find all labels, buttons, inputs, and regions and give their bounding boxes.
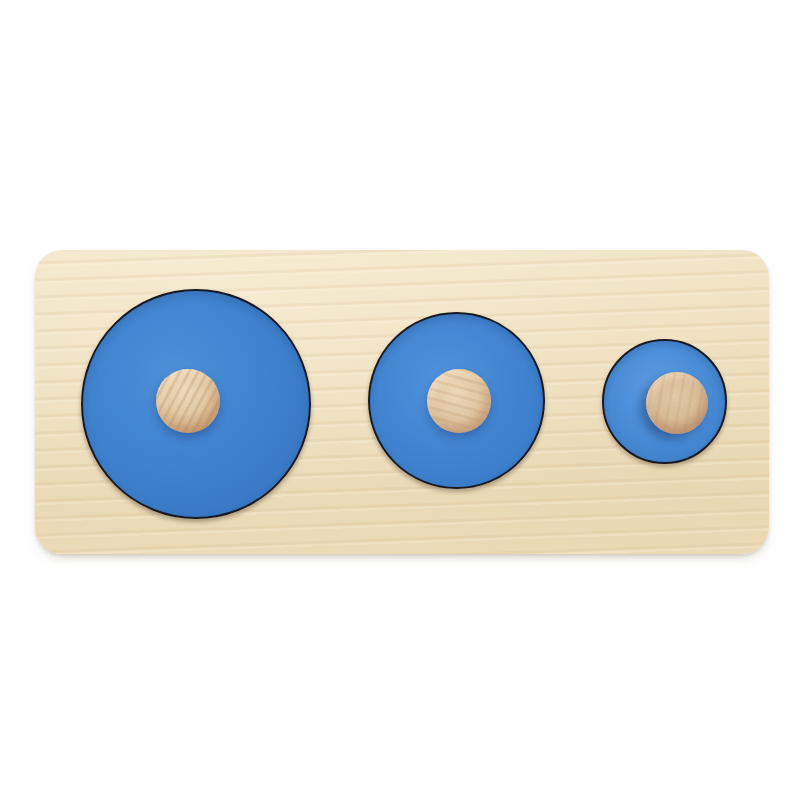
knob-small[interactable]	[646, 372, 708, 434]
circle-piece-small[interactable]	[602, 339, 727, 464]
knob-large[interactable]	[156, 369, 220, 433]
puzzle-board	[35, 250, 769, 554]
circle-piece-medium[interactable]	[368, 312, 545, 489]
product-photo-background	[0, 0, 800, 800]
circle-piece-large[interactable]	[81, 289, 311, 519]
knob-medium[interactable]	[427, 369, 491, 433]
